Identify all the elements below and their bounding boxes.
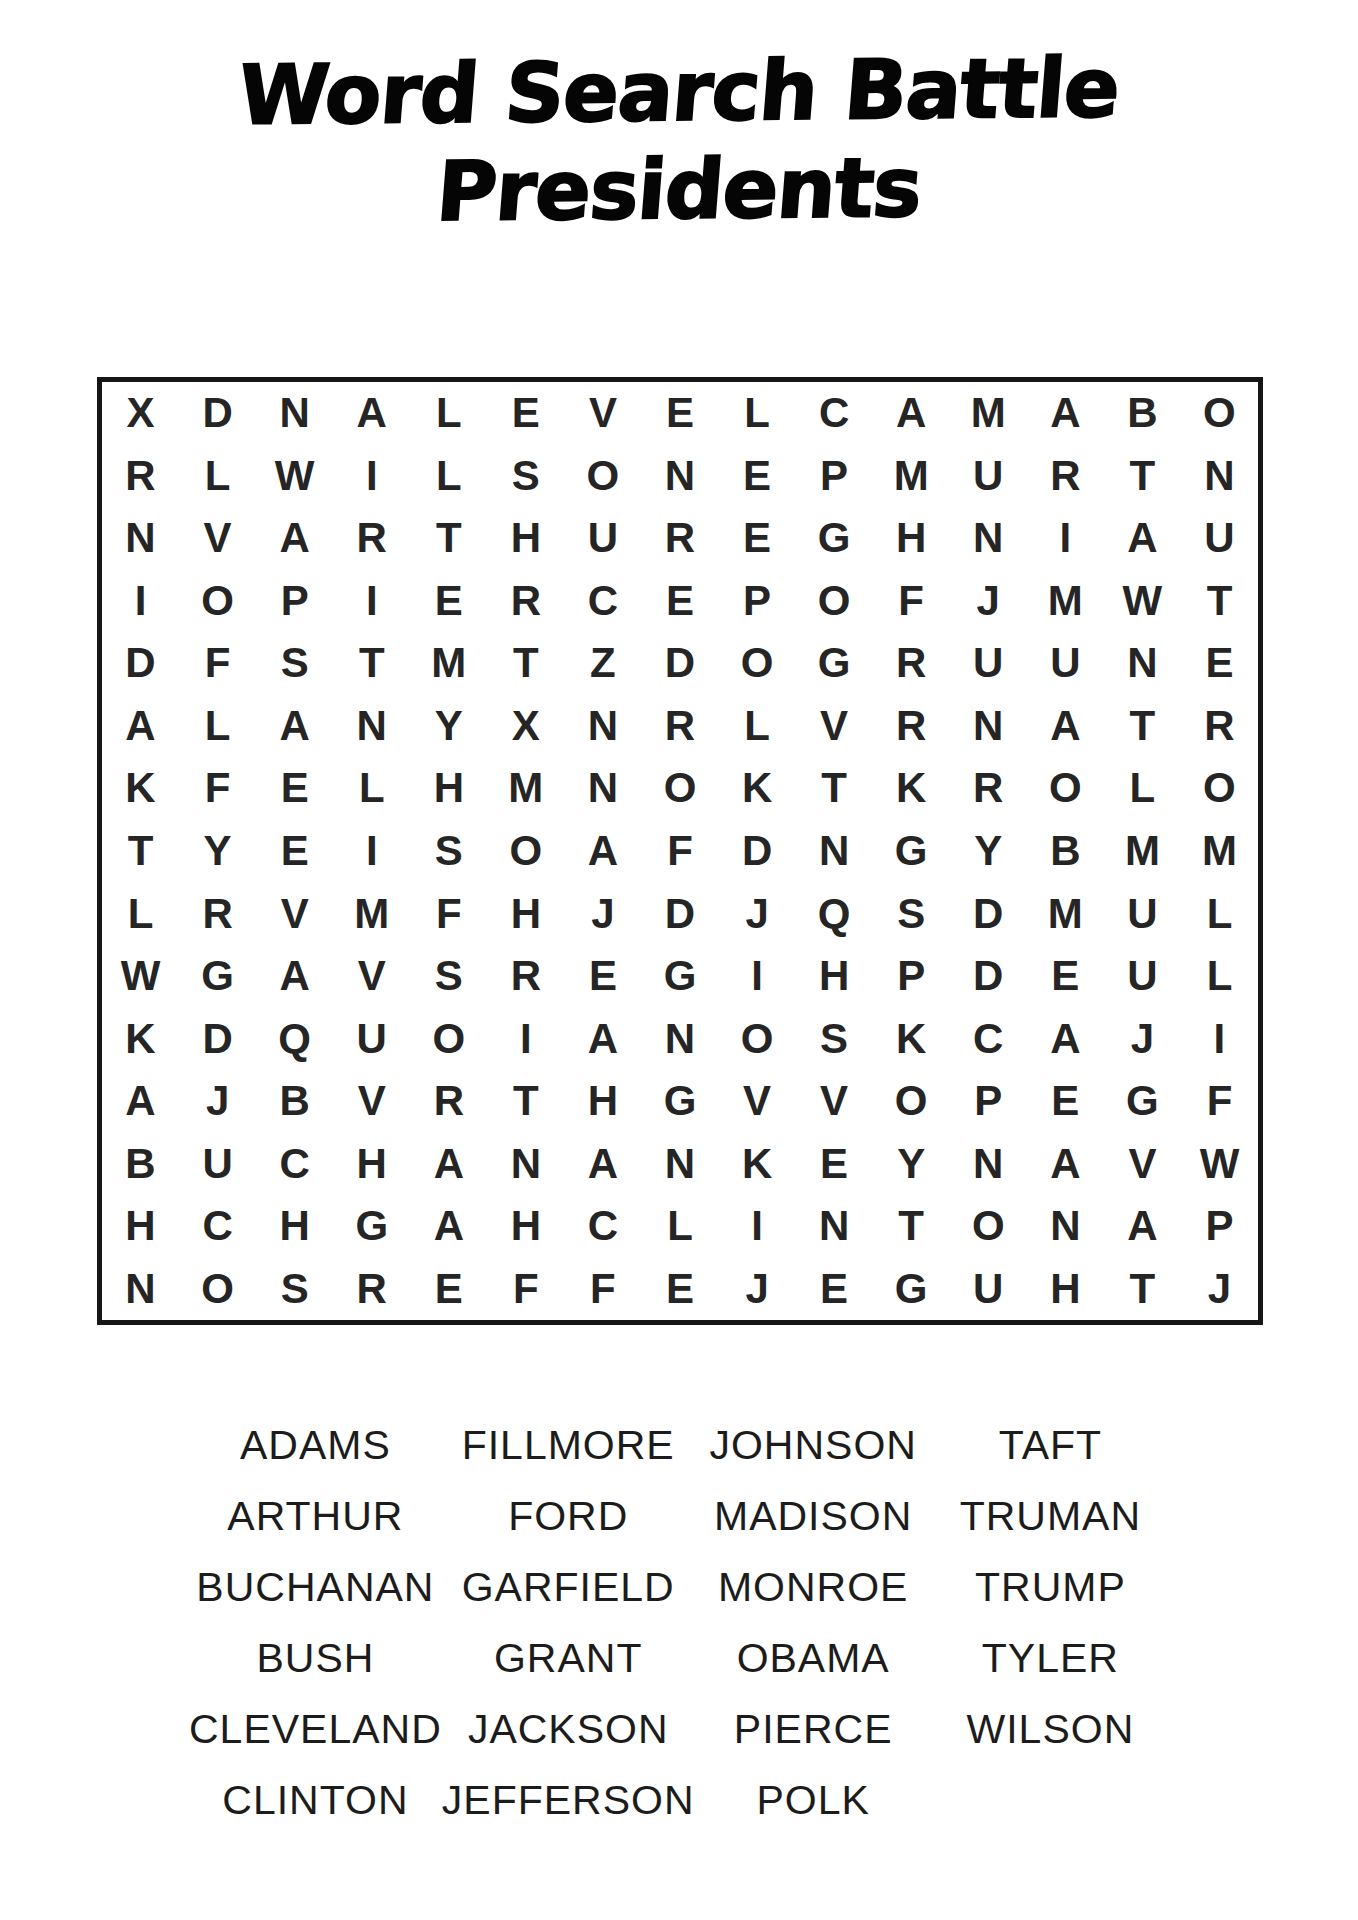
- grid-cell-r2c6[interactable]: S: [487, 445, 564, 508]
- grid-cell-r8c4[interactable]: I: [333, 820, 410, 883]
- grid-cell-r2c7[interactable]: O: [564, 445, 641, 508]
- word-garfield[interactable]: GARFIELD: [442, 1552, 695, 1623]
- grid-cell-r13c3[interactable]: C: [256, 1132, 333, 1195]
- grid-cell-r7c11[interactable]: K: [873, 757, 950, 820]
- grid-cell-r2c2[interactable]: L: [179, 445, 256, 508]
- grid-cell-r8c2[interactable]: Y: [179, 820, 256, 883]
- grid-cell-r8c15[interactable]: M: [1181, 820, 1258, 883]
- grid-cell-r9c5[interactable]: F: [410, 882, 487, 945]
- grid-cell-r4c10[interactable]: O: [796, 570, 873, 633]
- grid-cell-r13c4[interactable]: H: [333, 1132, 410, 1195]
- grid-cell-r3c7[interactable]: U: [564, 507, 641, 570]
- grid-cell-r13c12[interactable]: N: [950, 1132, 1027, 1195]
- title-line-2: Presidents: [0, 136, 1358, 244]
- grid-cell-r9c14[interactable]: U: [1104, 882, 1181, 945]
- grid-cell-r11c7[interactable]: A: [564, 1007, 641, 1070]
- grid-cell-r2c11[interactable]: M: [873, 445, 950, 508]
- grid-cell-r6c14[interactable]: T: [1104, 695, 1181, 758]
- grid-cell-r9c8[interactable]: D: [641, 882, 718, 945]
- page-title: Word Search Battle Presidents: [0, 44, 1358, 238]
- grid-cell-r5c5[interactable]: M: [410, 632, 487, 695]
- grid-cell-r12c7[interactable]: H: [564, 1070, 641, 1133]
- grid-cell-r10c11[interactable]: P: [873, 945, 950, 1008]
- grid-cell-r3c14[interactable]: A: [1104, 507, 1181, 570]
- grid-cell-r9c15[interactable]: L: [1181, 882, 1258, 945]
- grid-cell-r1c14[interactable]: B: [1104, 382, 1181, 445]
- grid-cell-r1c4[interactable]: A: [333, 382, 410, 445]
- grid-cell-r15c2[interactable]: O: [179, 1257, 256, 1320]
- grid-cell-r3c4[interactable]: R: [333, 507, 410, 570]
- grid-cell-r2c3[interactable]: W: [256, 445, 333, 508]
- grid-cell-r9c3[interactable]: V: [256, 882, 333, 945]
- grid-cell-r3c11[interactable]: H: [873, 507, 950, 570]
- grid-cell-r4c1[interactable]: I: [102, 570, 179, 633]
- grid-cell-r12c6[interactable]: T: [487, 1070, 564, 1133]
- grid-cell-r4c7[interactable]: C: [564, 570, 641, 633]
- grid-cell-r14c14[interactable]: A: [1104, 1195, 1181, 1258]
- grid-cell-r8c6[interactable]: O: [487, 820, 564, 883]
- grid-cell-r14c2[interactable]: C: [179, 1195, 256, 1258]
- grid-cell-r2c4[interactable]: I: [333, 445, 410, 508]
- grid-cell-r1c15[interactable]: O: [1181, 382, 1258, 445]
- grid-cell-r1c7[interactable]: V: [564, 382, 641, 445]
- grid-cell-r4c2[interactable]: O: [179, 570, 256, 633]
- grid-cell-r4c5[interactable]: E: [410, 570, 487, 633]
- grid-cell-r15c10[interactable]: E: [796, 1257, 873, 1320]
- grid-cell-r10c6[interactable]: R: [487, 945, 564, 1008]
- grid-cell-r6c7[interactable]: N: [564, 695, 641, 758]
- grid-cell-r10c1[interactable]: W: [102, 945, 179, 1008]
- grid-cell-r3c6[interactable]: H: [487, 507, 564, 570]
- grid-cell-r7c12[interactable]: R: [950, 757, 1027, 820]
- grid-cell-r1c13[interactable]: A: [1027, 382, 1104, 445]
- grid-cell-r6c5[interactable]: Y: [410, 695, 487, 758]
- grid-cell-r10c7[interactable]: E: [564, 945, 641, 1008]
- grid-cell-r5c9[interactable]: O: [719, 632, 796, 695]
- grid-cell-r14c6[interactable]: H: [487, 1195, 564, 1258]
- word-polk[interactable]: POLK: [695, 1765, 932, 1836]
- grid-cell-r3c8[interactable]: R: [641, 507, 718, 570]
- title-line-1: Word Search Battle: [235, 40, 1123, 144]
- grid-cell-r12c5[interactable]: R: [410, 1070, 487, 1133]
- grid-cell-r13c5[interactable]: A: [410, 1132, 487, 1195]
- grid-cell-r6c2[interactable]: L: [179, 695, 256, 758]
- grid-cell-r10c10[interactable]: H: [796, 945, 873, 1008]
- grid-cell-r13c11[interactable]: Y: [873, 1132, 950, 1195]
- grid-cell-r14c13[interactable]: N: [1027, 1195, 1104, 1258]
- grid-cell-r6c3[interactable]: A: [256, 695, 333, 758]
- grid-cell-r7c5[interactable]: H: [410, 757, 487, 820]
- grid-cell-r7c8[interactable]: O: [641, 757, 718, 820]
- grid-cell-r11c8[interactable]: N: [641, 1007, 718, 1070]
- grid-cell-r3c10[interactable]: G: [796, 507, 873, 570]
- grid-cell-r7c3[interactable]: E: [256, 757, 333, 820]
- grid-cell-r14c4[interactable]: G: [333, 1195, 410, 1258]
- grid-cell-r15c1[interactable]: N: [102, 1257, 179, 1320]
- grid-cell-r8c9[interactable]: D: [719, 820, 796, 883]
- grid-cell-r11c1[interactable]: K: [102, 1007, 179, 1070]
- grid-cell-r14c12[interactable]: O: [950, 1195, 1027, 1258]
- grid-cell-r5c7[interactable]: Z: [564, 632, 641, 695]
- grid-cell-r3c9[interactable]: E: [719, 507, 796, 570]
- grid-cell-r5c8[interactable]: D: [641, 632, 718, 695]
- grid-cell-r9c1[interactable]: L: [102, 882, 179, 945]
- grid-cell-r12c1[interactable]: A: [102, 1070, 179, 1133]
- grid-cell-r12c11[interactable]: O: [873, 1070, 950, 1133]
- word-truman[interactable]: TRUMAN: [932, 1481, 1169, 1552]
- word-monroe[interactable]: MONROE: [695, 1552, 932, 1623]
- grid-cell-r3c2[interactable]: V: [179, 507, 256, 570]
- grid-cell-r2c1[interactable]: R: [102, 445, 179, 508]
- grid-cell-r15c9[interactable]: J: [719, 1257, 796, 1320]
- grid-cell-r10c4[interactable]: V: [333, 945, 410, 1008]
- grid-cell-r9c10[interactable]: Q: [796, 882, 873, 945]
- grid-cell-r4c12[interactable]: J: [950, 570, 1027, 633]
- grid-cell-r1c8[interactable]: E: [641, 382, 718, 445]
- grid-cell-r1c11[interactable]: A: [873, 382, 950, 445]
- grid-cell-r14c9[interactable]: I: [719, 1195, 796, 1258]
- grid-cell-r6c6[interactable]: X: [487, 695, 564, 758]
- grid-cell-r4c14[interactable]: W: [1104, 570, 1181, 633]
- grid-cell-r6c8[interactable]: R: [641, 695, 718, 758]
- grid-cell-r13c10[interactable]: E: [796, 1132, 873, 1195]
- grid-cell-r6c11[interactable]: R: [873, 695, 950, 758]
- grid-cell-r14c5[interactable]: A: [410, 1195, 487, 1258]
- grid-cell-r9c13[interactable]: M: [1027, 882, 1104, 945]
- grid-cell-r2c12[interactable]: U: [950, 445, 1027, 508]
- grid-cell-r6c12[interactable]: N: [950, 695, 1027, 758]
- grid-cell-r13c15[interactable]: W: [1181, 1132, 1258, 1195]
- grid-cell-r13c2[interactable]: U: [179, 1132, 256, 1195]
- grid-cell-r1c5[interactable]: L: [410, 382, 487, 445]
- grid-cell-r14c8[interactable]: L: [641, 1195, 718, 1258]
- grid-cell-r4c13[interactable]: M: [1027, 570, 1104, 633]
- grid-cell-r10c8[interactable]: G: [641, 945, 718, 1008]
- grid-cell-r11c4[interactable]: U: [333, 1007, 410, 1070]
- grid-cell-r14c7[interactable]: C: [564, 1195, 641, 1258]
- grid-cell-r5c12[interactable]: U: [950, 632, 1027, 695]
- grid-cell-r2c10[interactable]: P: [796, 445, 873, 508]
- grid-cell-r10c13[interactable]: E: [1027, 945, 1104, 1008]
- grid-cell-r15c3[interactable]: S: [256, 1257, 333, 1320]
- grid-cell-r5c4[interactable]: T: [333, 632, 410, 695]
- grid-cell-r11c6[interactable]: I: [487, 1007, 564, 1070]
- grid-cell-r5c10[interactable]: G: [796, 632, 873, 695]
- grid-cell-r7c9[interactable]: K: [719, 757, 796, 820]
- grid-cell-r15c15[interactable]: J: [1181, 1257, 1258, 1320]
- grid-cell-r5c3[interactable]: S: [256, 632, 333, 695]
- word-grant[interactable]: GRANT: [442, 1623, 695, 1694]
- grid-cell-r4c3[interactable]: P: [256, 570, 333, 633]
- grid-cell-r3c12[interactable]: N: [950, 507, 1027, 570]
- word-pierce[interactable]: PIERCE: [695, 1694, 932, 1765]
- grid-cell-r11c5[interactable]: O: [410, 1007, 487, 1070]
- grid-cell-r14c3[interactable]: H: [256, 1195, 333, 1258]
- grid-cell-r2c9[interactable]: E: [719, 445, 796, 508]
- grid-cell-r15c6[interactable]: F: [487, 1257, 564, 1320]
- grid-cell-r14c10[interactable]: N: [796, 1195, 873, 1258]
- grid-cell-r7c15[interactable]: O: [1181, 757, 1258, 820]
- word-fillmore[interactable]: FILLMORE: [442, 1410, 695, 1481]
- grid-cell-r9c11[interactable]: S: [873, 882, 950, 945]
- grid-cell-r13c7[interactable]: A: [564, 1132, 641, 1195]
- grid-cell-r3c1[interactable]: N: [102, 507, 179, 570]
- grid-cell-r8c14[interactable]: M: [1104, 820, 1181, 883]
- grid-cell-r1c12[interactable]: M: [950, 382, 1027, 445]
- grid-cell-r14c11[interactable]: T: [873, 1195, 950, 1258]
- grid-cell-r7c2[interactable]: F: [179, 757, 256, 820]
- grid-cell-r14c1[interactable]: H: [102, 1195, 179, 1258]
- grid-cell-r4c6[interactable]: R: [487, 570, 564, 633]
- grid-cell-r1c3[interactable]: N: [256, 382, 333, 445]
- grid-cell-r1c9[interactable]: L: [719, 382, 796, 445]
- grid-cell-r7c14[interactable]: L: [1104, 757, 1181, 820]
- grid-cell-r2c14[interactable]: T: [1104, 445, 1181, 508]
- grid-cell-r9c2[interactable]: R: [179, 882, 256, 945]
- grid-cell-r5c1[interactable]: D: [102, 632, 179, 695]
- grid-cell-r1c1[interactable]: X: [102, 382, 179, 445]
- grid-cell-r15c12[interactable]: U: [950, 1257, 1027, 1320]
- grid-cell-r10c9[interactable]: I: [719, 945, 796, 1008]
- word-jefferson[interactable]: JEFFERSON: [442, 1765, 695, 1836]
- grid-cell-r15c8[interactable]: E: [641, 1257, 718, 1320]
- word-tyler[interactable]: TYLER: [932, 1623, 1169, 1694]
- word-taft[interactable]: TAFT: [932, 1410, 1169, 1481]
- grid-cell-r5c2[interactable]: F: [179, 632, 256, 695]
- grid-cell-r10c14[interactable]: U: [1104, 945, 1181, 1008]
- grid-cell-r6c15[interactable]: R: [1181, 695, 1258, 758]
- grid-cell-r7c4[interactable]: L: [333, 757, 410, 820]
- grid-cell-r8c12[interactable]: Y: [950, 820, 1027, 883]
- grid-cell-r11c10[interactable]: S: [796, 1007, 873, 1070]
- grid-cell-r7c6[interactable]: M: [487, 757, 564, 820]
- word-empty-slot: [932, 1765, 1169, 1836]
- grid-cell-r3c3[interactable]: A: [256, 507, 333, 570]
- grid-cell-r15c14[interactable]: T: [1104, 1257, 1181, 1320]
- grid-cell-r11c12[interactable]: C: [950, 1007, 1027, 1070]
- grid-cell-r12c8[interactable]: G: [641, 1070, 718, 1133]
- grid-cell-r1c6[interactable]: E: [487, 382, 564, 445]
- grid-cell-r12c3[interactable]: B: [256, 1070, 333, 1133]
- grid-cell-r6c1[interactable]: A: [102, 695, 179, 758]
- grid-cell-r8c1[interactable]: T: [102, 820, 179, 883]
- grid-cell-r5c6[interactable]: T: [487, 632, 564, 695]
- grid-cell-r5c15[interactable]: E: [1181, 632, 1258, 695]
- grid-cell-r12c9[interactable]: V: [719, 1070, 796, 1133]
- grid-cell-r10c3[interactable]: A: [256, 945, 333, 1008]
- word-arthur[interactable]: ARTHUR: [189, 1481, 442, 1552]
- grid-cell-r2c5[interactable]: L: [410, 445, 487, 508]
- word-adams[interactable]: ADAMS: [189, 1410, 442, 1481]
- grid-cell-r6c9[interactable]: L: [719, 695, 796, 758]
- grid-cell-r14c15[interactable]: P: [1181, 1195, 1258, 1258]
- grid-cell-r13c8[interactable]: N: [641, 1132, 718, 1195]
- grid-cell-r10c5[interactable]: S: [410, 945, 487, 1008]
- grid-cell-r9c9[interactable]: J: [719, 882, 796, 945]
- grid-cell-r11c13[interactable]: A: [1027, 1007, 1104, 1070]
- word-ford[interactable]: FORD: [442, 1481, 695, 1552]
- word-obama[interactable]: OBAMA: [695, 1623, 932, 1694]
- grid-cell-r6c4[interactable]: N: [333, 695, 410, 758]
- grid-cell-r4c8[interactable]: E: [641, 570, 718, 633]
- grid-cell-r6c10[interactable]: V: [796, 695, 873, 758]
- grid-cell-r4c11[interactable]: F: [873, 570, 950, 633]
- grid-cell-r13c1[interactable]: B: [102, 1132, 179, 1195]
- grid-cell-r15c7[interactable]: F: [564, 1257, 641, 1320]
- word-clinton[interactable]: CLINTON: [189, 1765, 442, 1836]
- word-list: ADAMSFILLMOREJOHNSONTAFTARTHURFORDMADISO…: [189, 1410, 1169, 1836]
- grid-cell-r7c1[interactable]: K: [102, 757, 179, 820]
- grid-cell-r8c3[interactable]: E: [256, 820, 333, 883]
- grid-cell-r9c6[interactable]: H: [487, 882, 564, 945]
- grid-cell-r3c15[interactable]: U: [1181, 507, 1258, 570]
- grid-cell-r12c12[interactable]: P: [950, 1070, 1027, 1133]
- grid-cell-r11c11[interactable]: K: [873, 1007, 950, 1070]
- grid-cell-r1c10[interactable]: C: [796, 382, 873, 445]
- grid-cell-r5c11[interactable]: R: [873, 632, 950, 695]
- grid-cell-r8c10[interactable]: N: [796, 820, 873, 883]
- grid-cell-r13c13[interactable]: A: [1027, 1132, 1104, 1195]
- grid-cell-r15c5[interactable]: E: [410, 1257, 487, 1320]
- grid-cell-r2c15[interactable]: N: [1181, 445, 1258, 508]
- grid-cell-r13c9[interactable]: K: [719, 1132, 796, 1195]
- grid-cell-r7c10[interactable]: T: [796, 757, 873, 820]
- grid-cell-r13c14[interactable]: V: [1104, 1132, 1181, 1195]
- grid-cell-r15c13[interactable]: H: [1027, 1257, 1104, 1320]
- grid-cell-r11c14[interactable]: J: [1104, 1007, 1181, 1070]
- grid-cell-r5c13[interactable]: U: [1027, 632, 1104, 695]
- grid-cell-r7c7[interactable]: N: [564, 757, 641, 820]
- grid-cell-r10c12[interactable]: D: [950, 945, 1027, 1008]
- grid-cell-r15c4[interactable]: R: [333, 1257, 410, 1320]
- grid-cell-r12c15[interactable]: F: [1181, 1070, 1258, 1133]
- grid-cell-r8c7[interactable]: A: [564, 820, 641, 883]
- grid-cell-r3c5[interactable]: T: [410, 507, 487, 570]
- grid-cell-r2c13[interactable]: R: [1027, 445, 1104, 508]
- grid-cell-r11c2[interactable]: D: [179, 1007, 256, 1070]
- word-johnson[interactable]: JOHNSON: [695, 1410, 932, 1481]
- grid-cell-r11c3[interactable]: Q: [256, 1007, 333, 1070]
- word-jackson[interactable]: JACKSON: [442, 1694, 695, 1765]
- grid-cell-r4c4[interactable]: I: [333, 570, 410, 633]
- word-cleveland[interactable]: CLEVELAND: [189, 1694, 442, 1765]
- grid-cell-r9c12[interactable]: D: [950, 882, 1027, 945]
- grid-cell-r8c11[interactable]: G: [873, 820, 950, 883]
- grid-cell-r2c8[interactable]: N: [641, 445, 718, 508]
- grid-cell-r15c11[interactable]: G: [873, 1257, 950, 1320]
- letter-grid: XDNALEVELCAMABORLWILSONEPMURTNNVARTHUREG…: [97, 377, 1263, 1325]
- grid-cell-r11c15[interactable]: I: [1181, 1007, 1258, 1070]
- word-madison[interactable]: MADISON: [695, 1481, 932, 1552]
- grid-cell-r6c13[interactable]: A: [1027, 695, 1104, 758]
- word-wilson[interactable]: WILSON: [932, 1694, 1169, 1765]
- grid-cell-r4c9[interactable]: P: [719, 570, 796, 633]
- grid-cell-r10c2[interactable]: G: [179, 945, 256, 1008]
- word-buchanan[interactable]: BUCHANAN: [189, 1552, 442, 1623]
- grid-cell-r9c4[interactable]: M: [333, 882, 410, 945]
- grid-cell-r1c2[interactable]: D: [179, 382, 256, 445]
- grid-cell-r8c8[interactable]: F: [641, 820, 718, 883]
- grid-cell-r8c5[interactable]: S: [410, 820, 487, 883]
- grid-cell-r9c7[interactable]: J: [564, 882, 641, 945]
- grid-cell-r12c2[interactable]: J: [179, 1070, 256, 1133]
- grid-cell-r4c15[interactable]: T: [1181, 570, 1258, 633]
- grid-cell-r11c9[interactable]: O: [719, 1007, 796, 1070]
- grid-cell-r12c14[interactable]: G: [1104, 1070, 1181, 1133]
- grid-cell-r10c15[interactable]: L: [1181, 945, 1258, 1008]
- grid-cell-r12c13[interactable]: E: [1027, 1070, 1104, 1133]
- grid-cell-r12c4[interactable]: V: [333, 1070, 410, 1133]
- grid-cell-r7c13[interactable]: O: [1027, 757, 1104, 820]
- word-trump[interactable]: TRUMP: [932, 1552, 1169, 1623]
- grid-cell-r13c6[interactable]: N: [487, 1132, 564, 1195]
- grid-cell-r3c13[interactable]: I: [1027, 507, 1104, 570]
- grid-cell-r12c10[interactable]: V: [796, 1070, 873, 1133]
- word-bush[interactable]: BUSH: [189, 1623, 442, 1694]
- grid-cell-r5c14[interactable]: N: [1104, 632, 1181, 695]
- grid-cell-r8c13[interactable]: B: [1027, 820, 1104, 883]
